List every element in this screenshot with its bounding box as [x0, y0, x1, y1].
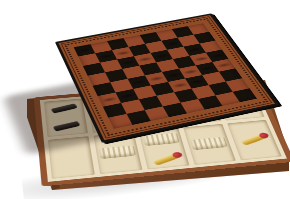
ivory-checkers	[143, 133, 180, 146]
ivory-checkers	[99, 145, 136, 159]
tray-compartment	[227, 120, 282, 161]
chess-set-product-photo: ♜♟♟♞♟♚♝♟♟♞♟♝♚♛♝♜♜♟♟♟♟	[0, 0, 290, 199]
pawn-glyph: ♟	[161, 68, 198, 86]
ivory-checkers	[190, 137, 228, 150]
gold-piece-lying	[240, 133, 267, 145]
rook-glyph: ♜	[91, 78, 128, 101]
tray-compartment	[183, 124, 236, 165]
gold-piece-lying	[152, 153, 180, 166]
tray-compartment	[139, 128, 190, 170]
